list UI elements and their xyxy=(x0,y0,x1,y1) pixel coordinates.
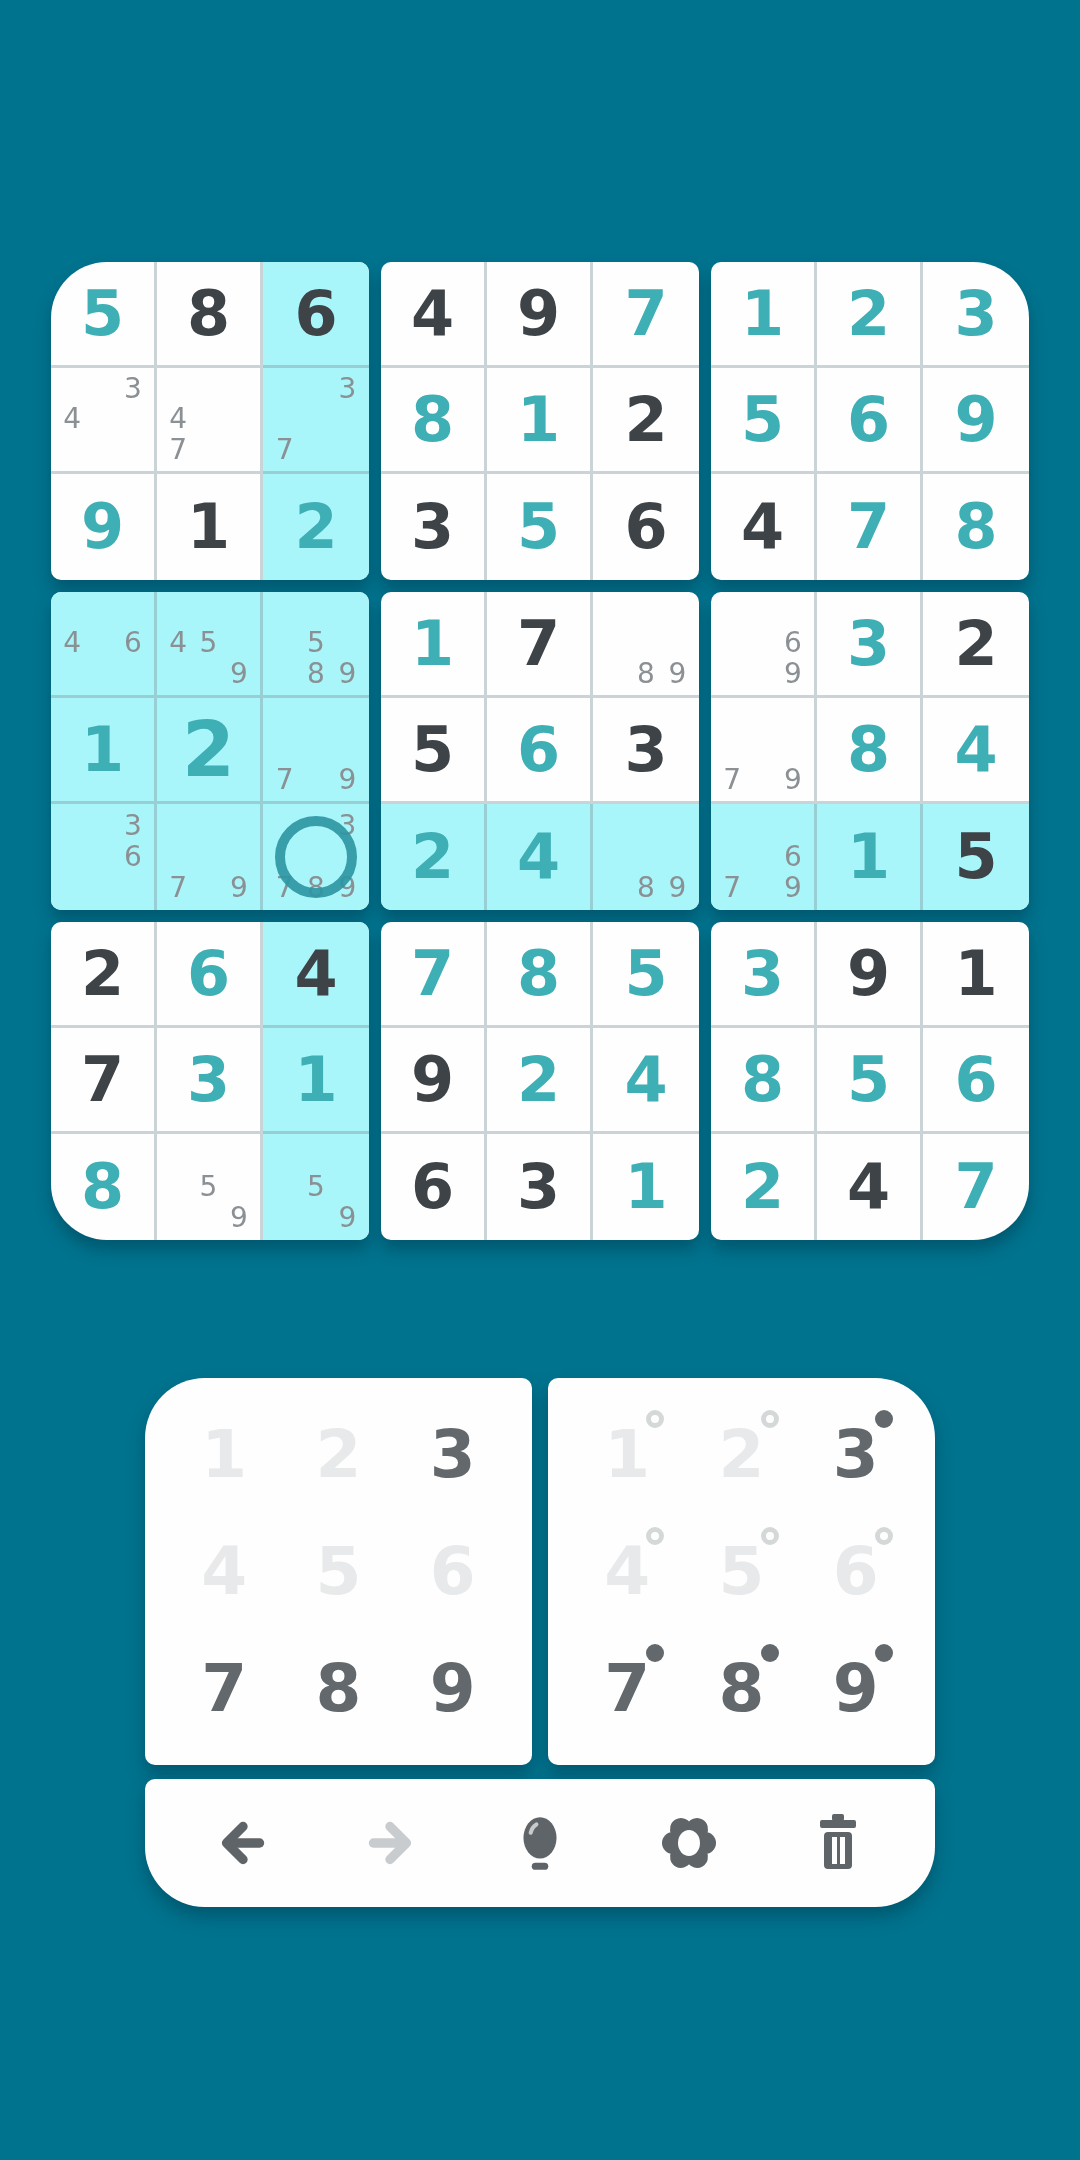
cell-value: 8 xyxy=(157,262,260,365)
cell-r8c8[interactable]: 5 xyxy=(817,1028,923,1134)
cell-r3c5[interactable]: 5 xyxy=(487,474,593,580)
cell-r8c7[interactable]: 8 xyxy=(711,1028,817,1134)
cell-r9c1[interactable]: 8 xyxy=(51,1134,157,1240)
cell-r7c5[interactable]: 8 xyxy=(487,922,593,1028)
pencil-marks: 589 xyxy=(269,598,363,689)
pencil-mark: 9 xyxy=(224,1203,254,1234)
pencil-marks: 679 xyxy=(717,810,808,904)
hint-button[interactable] xyxy=(507,1810,573,1876)
cell-value: 8 xyxy=(711,1028,814,1131)
box-9: 391856247 xyxy=(711,922,1029,1240)
cell-value: 4 xyxy=(593,1028,699,1131)
filled-dot-icon xyxy=(875,1410,893,1428)
pencil-mark: 5 xyxy=(193,1171,223,1202)
cell-r9c6[interactable]: 1 xyxy=(593,1134,699,1240)
cell-value: 2 xyxy=(51,922,154,1025)
cell-value: 7 xyxy=(381,922,484,1025)
cell-value: 2 xyxy=(923,592,1029,695)
cell-r1c4[interactable]: 4 xyxy=(381,262,487,368)
cell-value: 2 xyxy=(593,368,699,471)
numpad-key-5[interactable]: 5 xyxy=(281,1513,395,1630)
cell-value: 1 xyxy=(593,1134,699,1240)
notepad-key-7[interactable]: 7 xyxy=(570,1630,684,1747)
ring-dot-icon xyxy=(646,1527,664,1545)
cell-r5c8[interactable]: 8 xyxy=(817,698,923,804)
cell-value: 7 xyxy=(51,1028,154,1131)
gear-icon xyxy=(657,1811,721,1875)
cell-value: 7 xyxy=(593,262,699,365)
box-3: 123569478 xyxy=(711,262,1029,580)
cell-r6c9[interactable]: 5 xyxy=(923,804,1029,910)
pencil-mark: 6 xyxy=(778,841,808,872)
cell-value: 4 xyxy=(381,262,484,365)
cell-r4c3[interactable]: 589 xyxy=(263,592,369,698)
pencil-marks: 59 xyxy=(269,1140,363,1234)
cell-r2c6[interactable]: 2 xyxy=(593,368,699,474)
cell-value: 1 xyxy=(381,592,484,695)
cell-value: 7 xyxy=(923,1134,1029,1240)
sudoku-board: 5863447379124978123561235694784645958912… xyxy=(51,262,1029,1240)
notepad-key-4[interactable]: 4 xyxy=(570,1513,684,1630)
filled-dot-icon xyxy=(875,1644,893,1662)
cell-value: 1 xyxy=(487,368,590,471)
pencil-mark: 4 xyxy=(163,404,193,434)
pencil-mark: 6 xyxy=(118,628,148,658)
cell-r1c2[interactable]: 8 xyxy=(157,262,263,368)
pencil-marks: 47 xyxy=(163,374,254,465)
cell-r5c1[interactable]: 1 xyxy=(51,698,157,804)
ring-dot-icon xyxy=(875,1527,893,1545)
redo-button[interactable] xyxy=(358,1810,424,1876)
notepad-key-3[interactable]: 3 xyxy=(799,1396,913,1513)
cell-r5c5[interactable]: 6 xyxy=(487,698,593,804)
pencil-mark: 9 xyxy=(224,873,254,904)
selection-circle-icon xyxy=(275,816,357,898)
cell-r4c8[interactable]: 3 xyxy=(817,592,923,698)
cell-r9c9[interactable]: 7 xyxy=(923,1134,1029,1240)
cell-value: 5 xyxy=(711,368,814,471)
box-7: 26473185959 xyxy=(51,922,369,1240)
pencil-mark: 5 xyxy=(300,628,331,658)
ring-dot-icon xyxy=(761,1410,779,1428)
cell-value: 5 xyxy=(487,474,590,580)
cell-value: 9 xyxy=(923,368,1029,471)
cell-value: 1 xyxy=(711,262,814,365)
cell-value: 6 xyxy=(487,698,590,801)
cell-value: 3 xyxy=(157,1028,260,1131)
cell-r5c2[interactable]: 2 xyxy=(157,698,263,804)
cell-r6c5[interactable]: 4 xyxy=(487,804,593,910)
cell-r9c8[interactable]: 4 xyxy=(817,1134,923,1240)
cell-value: 1 xyxy=(263,1028,369,1131)
cell-r6c1[interactable]: 36 xyxy=(51,804,157,910)
ring-dot-icon xyxy=(761,1527,779,1545)
cell-r2c9[interactable]: 9 xyxy=(923,368,1029,474)
cell-value: 5 xyxy=(381,698,484,801)
pencil-mark: 9 xyxy=(778,873,808,904)
sudoku-app-screen: 5863447379124978123561235694784645958912… xyxy=(0,0,1080,2160)
cell-r2c3[interactable]: 37 xyxy=(263,368,369,474)
pencil-mark: 7 xyxy=(269,765,300,795)
pencil-marks: 36 xyxy=(57,810,148,904)
lightbulb-icon xyxy=(509,1812,571,1874)
numpad-key-2[interactable]: 2 xyxy=(281,1396,395,1513)
cell-value: 2 xyxy=(157,698,260,801)
numpad-key-4[interactable]: 4 xyxy=(167,1513,281,1630)
cell-r2c4[interactable]: 8 xyxy=(381,368,487,474)
pencil-marks: 459 xyxy=(163,598,254,689)
cell-value: 6 xyxy=(263,262,369,365)
pencil-marks: 59 xyxy=(163,1140,254,1234)
cell-r4c4[interactable]: 1 xyxy=(381,592,487,698)
cell-value: 6 xyxy=(381,1134,484,1240)
box-8: 785924631 xyxy=(381,922,699,1240)
cell-r3c1[interactable]: 9 xyxy=(51,474,157,580)
cell-value: 9 xyxy=(487,262,590,365)
pencil-mark: 6 xyxy=(778,628,808,658)
pencil-mark: 6 xyxy=(118,841,148,872)
cell-r1c7[interactable]: 1 xyxy=(711,262,817,368)
pencil-marks: 89 xyxy=(599,598,693,689)
pencil-mark: 7 xyxy=(269,435,300,465)
cell-value: 9 xyxy=(817,922,920,1025)
cell-value: 8 xyxy=(381,368,484,471)
cell-r3c4[interactable]: 3 xyxy=(381,474,487,580)
cell-value: 6 xyxy=(593,474,699,580)
cell-r5c6[interactable]: 3 xyxy=(593,698,699,804)
cell-r9c3[interactable]: 59 xyxy=(263,1134,369,1240)
cell-r4c9[interactable]: 2 xyxy=(923,592,1029,698)
notepad-key-8[interactable]: 8 xyxy=(684,1630,798,1747)
cell-r1c6[interactable]: 7 xyxy=(593,262,699,368)
cell-r7c7[interactable]: 3 xyxy=(711,922,817,1028)
cell-r8c9[interactable]: 6 xyxy=(923,1028,1029,1134)
pencil-mark: 3 xyxy=(332,374,363,404)
cell-value: 6 xyxy=(923,1028,1029,1131)
notepad-key-5[interactable]: 5 xyxy=(684,1513,798,1630)
cell-r6c8[interactable]: 1 xyxy=(817,804,923,910)
cell-value: 3 xyxy=(923,262,1029,365)
notepad-key-9[interactable]: 9 xyxy=(799,1630,913,1747)
cell-r2c1[interactable]: 34 xyxy=(51,368,157,474)
cell-r1c9[interactable]: 3 xyxy=(923,262,1029,368)
pencil-mark: 8 xyxy=(630,873,661,904)
cell-r7c1[interactable]: 2 xyxy=(51,922,157,1028)
number-pads: 123456789 123456789 xyxy=(145,1378,935,1765)
notepad-key-6[interactable]: 6 xyxy=(799,1513,913,1630)
cell-r3c9[interactable]: 8 xyxy=(923,474,1029,580)
cell-r3c2[interactable]: 1 xyxy=(157,474,263,580)
cell-value: 5 xyxy=(593,922,699,1025)
numpad-key-8[interactable]: 8 xyxy=(281,1630,395,1747)
pencil-mark: 7 xyxy=(163,873,193,904)
cell-r5c7[interactable]: 79 xyxy=(711,698,817,804)
box-6: 6932798467915 xyxy=(711,592,1029,910)
pencil-mark: 7 xyxy=(163,435,193,465)
numpad-key-9[interactable]: 9 xyxy=(396,1630,510,1747)
cell-value: 5 xyxy=(817,1028,920,1131)
cell-r7c3[interactable]: 4 xyxy=(263,922,369,1028)
pencil-marks: 89 xyxy=(599,810,693,904)
cell-r1c5[interactable]: 9 xyxy=(487,262,593,368)
cell-r9c2[interactable]: 59 xyxy=(157,1134,263,1240)
numpad-key-6[interactable]: 6 xyxy=(396,1513,510,1630)
delete-button[interactable] xyxy=(805,1810,871,1876)
box-2: 497812356 xyxy=(381,262,699,580)
pencil-mark: 9 xyxy=(332,659,363,689)
cell-r9c7[interactable]: 2 xyxy=(711,1134,817,1240)
pencil-marks: 79 xyxy=(717,704,808,795)
pencil-mark: 4 xyxy=(57,404,87,434)
pencil-mark: 9 xyxy=(332,1203,363,1234)
cell-r5c4[interactable]: 5 xyxy=(381,698,487,804)
cell-r7c8[interactable]: 9 xyxy=(817,922,923,1028)
pencil-mark: 3 xyxy=(118,374,148,404)
pencil-mark: 5 xyxy=(300,1171,331,1202)
cell-value: 8 xyxy=(923,474,1029,580)
cell-value: 4 xyxy=(263,922,369,1025)
box-1: 586344737912 xyxy=(51,262,369,580)
ring-dot-icon xyxy=(646,1410,664,1428)
pencil-mark: 9 xyxy=(778,659,808,689)
redo-arrow-icon xyxy=(360,1812,422,1874)
pencil-mark: 5 xyxy=(193,628,223,658)
cell-r6c3[interactable]: 3789 xyxy=(263,804,369,910)
cell-value: 4 xyxy=(487,804,590,910)
cell-value: 7 xyxy=(817,474,920,580)
numpad-key-7[interactable]: 7 xyxy=(167,1630,281,1747)
cell-value: 4 xyxy=(711,474,814,580)
cell-value: 3 xyxy=(593,698,699,801)
cell-r6c6[interactable]: 89 xyxy=(593,804,699,910)
notepad-key-1[interactable]: 1 xyxy=(570,1396,684,1513)
cell-r1c8[interactable]: 2 xyxy=(817,262,923,368)
cell-value: 3 xyxy=(487,1134,590,1240)
cell-r3c7[interactable]: 4 xyxy=(711,474,817,580)
cell-value: 4 xyxy=(817,1134,920,1240)
cell-r5c9[interactable]: 4 xyxy=(923,698,1029,804)
cell-value: 7 xyxy=(487,592,590,695)
notepad-key-2[interactable]: 2 xyxy=(684,1396,798,1513)
pencil-marks: 79 xyxy=(163,810,254,904)
box-4: 46459589127936793789 xyxy=(51,592,369,910)
cell-value: 5 xyxy=(923,804,1029,910)
undo-button[interactable] xyxy=(209,1810,275,1876)
pencil-marks: 46 xyxy=(57,598,148,689)
cell-r4c2[interactable]: 459 xyxy=(157,592,263,698)
cell-r8c6[interactable]: 4 xyxy=(593,1028,699,1134)
cell-value: 4 xyxy=(923,698,1029,801)
cell-r2c2[interactable]: 47 xyxy=(157,368,263,474)
cell-value: 9 xyxy=(51,474,154,580)
cell-r1c1[interactable]: 5 xyxy=(51,262,157,368)
cell-r4c6[interactable]: 89 xyxy=(593,592,699,698)
cell-value: 8 xyxy=(487,922,590,1025)
filled-dot-icon xyxy=(761,1644,779,1662)
cell-value: 8 xyxy=(817,698,920,801)
pencil-mark: 9 xyxy=(662,873,693,904)
cell-value: 6 xyxy=(157,922,260,1025)
cell-r3c6[interactable]: 6 xyxy=(593,474,699,580)
cell-r1c3[interactable]: 6 xyxy=(263,262,369,368)
digit-pad: 123456789 xyxy=(145,1378,532,1765)
cell-value: 6 xyxy=(817,368,920,471)
undo-arrow-icon xyxy=(211,1812,273,1874)
pencil-mark: 7 xyxy=(717,765,747,795)
cell-r8c4[interactable]: 9 xyxy=(381,1028,487,1134)
pencil-marks: 79 xyxy=(269,704,363,795)
cell-value: 2 xyxy=(711,1134,814,1240)
pencil-mark: 4 xyxy=(163,628,193,658)
cell-value: 3 xyxy=(711,922,814,1025)
pencil-mark: 7 xyxy=(717,873,747,904)
cell-value: 5 xyxy=(51,262,154,365)
cell-r7c4[interactable]: 7 xyxy=(381,922,487,1028)
pencil-marks: 37 xyxy=(269,374,363,465)
cell-r4c1[interactable]: 46 xyxy=(51,592,157,698)
cell-r3c8[interactable]: 7 xyxy=(817,474,923,580)
pencil-mark: 3 xyxy=(118,810,148,841)
cell-r2c5[interactable]: 1 xyxy=(487,368,593,474)
cell-value: 2 xyxy=(487,1028,590,1131)
cell-r8c5[interactable]: 2 xyxy=(487,1028,593,1134)
cell-r6c7[interactable]: 679 xyxy=(711,804,817,910)
cell-r9c5[interactable]: 3 xyxy=(487,1134,593,1240)
box-5: 17895632489 xyxy=(381,592,699,910)
pencil-mark: 8 xyxy=(300,659,331,689)
note-pad: 123456789 xyxy=(548,1378,935,1765)
pencil-marks: 34 xyxy=(57,374,148,465)
pencil-mark: 8 xyxy=(630,659,661,689)
cell-r4c7[interactable]: 69 xyxy=(711,592,817,698)
cell-r6c2[interactable]: 79 xyxy=(157,804,263,910)
numpad-key-1[interactable]: 1 xyxy=(167,1396,281,1513)
filled-dot-icon xyxy=(646,1644,664,1662)
cell-r2c8[interactable]: 6 xyxy=(817,368,923,474)
cell-r3c3[interactable]: 2 xyxy=(263,474,369,580)
cell-r8c2[interactable]: 3 xyxy=(157,1028,263,1134)
cell-r7c9[interactable]: 1 xyxy=(923,922,1029,1028)
cell-value: 3 xyxy=(381,474,484,580)
numpad-key-3[interactable]: 3 xyxy=(396,1396,510,1513)
cell-r9c4[interactable]: 6 xyxy=(381,1134,487,1240)
cell-r5c3[interactable]: 79 xyxy=(263,698,369,804)
cell-value: 3 xyxy=(817,592,920,695)
trash-icon xyxy=(808,1811,868,1875)
pencil-mark: 4 xyxy=(57,628,87,658)
cell-value: 1 xyxy=(51,698,154,801)
cell-r8c3[interactable]: 1 xyxy=(263,1028,369,1134)
cell-value: 1 xyxy=(157,474,260,580)
cell-r7c2[interactable]: 6 xyxy=(157,922,263,1028)
cell-r8c1[interactable]: 7 xyxy=(51,1028,157,1134)
cell-value: 1 xyxy=(817,804,920,910)
pencil-mark: 9 xyxy=(662,659,693,689)
pencil-marks: 69 xyxy=(717,598,808,689)
pencil-mark: 9 xyxy=(332,765,363,795)
cell-value: 2 xyxy=(817,262,920,365)
cell-value: 9 xyxy=(381,1028,484,1131)
cell-value: 8 xyxy=(51,1134,154,1240)
cell-value: 2 xyxy=(381,804,484,910)
cell-value: 1 xyxy=(923,922,1029,1025)
cell-value: 2 xyxy=(263,474,369,580)
toolbar xyxy=(145,1779,935,1907)
settings-button[interactable] xyxy=(656,1810,722,1876)
cell-r7c6[interactable]: 5 xyxy=(593,922,699,1028)
pencil-mark: 9 xyxy=(778,765,808,795)
cell-r6c4[interactable]: 2 xyxy=(381,804,487,910)
pencil-mark: 9 xyxy=(224,659,254,689)
cell-r2c7[interactable]: 5 xyxy=(711,368,817,474)
cell-r4c5[interactable]: 7 xyxy=(487,592,593,698)
